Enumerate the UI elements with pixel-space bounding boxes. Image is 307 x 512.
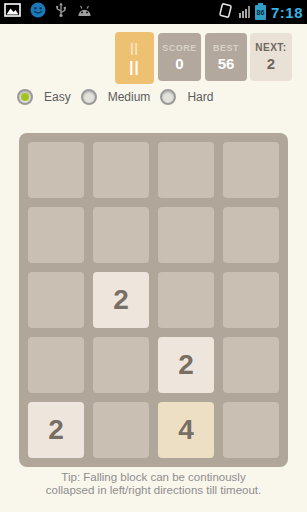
- score-box: SCORE 0: [158, 33, 201, 81]
- next-box: NEXT: 2: [250, 33, 292, 81]
- status-bar-left: [4, 2, 93, 22]
- android-icon: [76, 3, 93, 21]
- radio-medium[interactable]: [81, 89, 97, 105]
- best-label: BEST: [213, 44, 239, 53]
- empty-cell: [223, 272, 279, 328]
- empty-cell: [28, 272, 84, 328]
- board[interactable]: 2224: [19, 133, 288, 467]
- best-value: 56: [218, 56, 235, 71]
- tile-2: 2: [158, 337, 214, 393]
- best-box: BEST 56: [205, 33, 247, 81]
- difficulty-option-hard[interactable]: Hard: [160, 89, 223, 105]
- rotation-icon: [217, 2, 234, 23]
- empty-cell: [93, 142, 149, 198]
- pause-button[interactable]: || ||: [115, 32, 154, 84]
- empty-cell: [28, 207, 84, 263]
- empty-cell: [28, 142, 84, 198]
- clock-text: 7:18: [271, 4, 303, 21]
- difficulty-label-easy: Easy: [44, 90, 71, 104]
- pause-value: ||: [129, 59, 139, 74]
- tip-line-2: collapsed in left/right directions till …: [0, 484, 307, 497]
- empty-cell: [93, 402, 149, 458]
- empty-cell: [28, 337, 84, 393]
- smiley-notification-icon: [30, 2, 46, 22]
- empty-cell: [158, 272, 214, 328]
- empty-cell: [158, 142, 214, 198]
- next-value: 2: [267, 56, 275, 71]
- difficulty-label-medium: Medium: [108, 90, 151, 104]
- empty-cell: [223, 142, 279, 198]
- app-screen: 86 7:18 || || SCORE 0 BEST 56 NEXT: 2 Ea…: [0, 0, 307, 512]
- tip-line-1: Tip: Falling block can be continously: [0, 471, 307, 484]
- signal-icon: [239, 6, 250, 18]
- difficulty-option-medium[interactable]: Medium: [81, 89, 161, 105]
- difficulty-option-easy[interactable]: Easy: [17, 89, 81, 105]
- empty-cell: [93, 337, 149, 393]
- difficulty-radio-group: Easy Medium Hard: [17, 89, 223, 105]
- tile-2: 2: [28, 402, 84, 458]
- tip-text: Tip: Falling block can be continously co…: [0, 471, 307, 497]
- status-bar: 86 7:18: [0, 0, 307, 24]
- status-bar-right: 86 7:18: [217, 2, 303, 23]
- usb-icon: [55, 2, 67, 22]
- empty-cell: [93, 207, 149, 263]
- gallery-icon: [4, 3, 21, 21]
- empty-cell: [223, 337, 279, 393]
- tile-4: 4: [158, 402, 214, 458]
- pause-label: ||: [130, 42, 139, 54]
- score-value: 0: [175, 56, 183, 71]
- radio-easy[interactable]: [17, 89, 33, 105]
- battery-percent: 86: [257, 9, 265, 16]
- battery-icon: 86: [255, 5, 266, 20]
- empty-cell: [223, 402, 279, 458]
- tile-2: 2: [93, 272, 149, 328]
- empty-cell: [158, 207, 214, 263]
- difficulty-label-hard: Hard: [187, 90, 213, 104]
- next-label: NEXT:: [255, 43, 286, 53]
- score-label: SCORE: [162, 44, 197, 53]
- radio-hard[interactable]: [160, 89, 176, 105]
- empty-cell: [223, 207, 279, 263]
